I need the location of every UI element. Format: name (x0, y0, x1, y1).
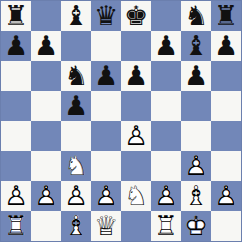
square-c8[interactable]: ♝︎ (61, 1, 91, 31)
black-piece-glyph: ♞︎ (61, 61, 91, 91)
white-piece-outline: ♙︎ (121, 121, 151, 151)
piece-black-pawn: ♟︎ (211, 31, 241, 61)
square-g8[interactable]: ♞︎ (181, 1, 211, 31)
white-piece-outline: ♖︎ (1, 211, 31, 241)
square-a2[interactable]: ♟︎♙︎ (1, 181, 31, 211)
square-f4[interactable] (151, 121, 181, 151)
square-h8[interactable]: ♜︎ (211, 1, 241, 31)
square-d6[interactable]: ♟︎ (91, 61, 121, 91)
white-piece-outline: ♙︎ (151, 181, 181, 211)
piece-white-pawn: ♟︎♙︎ (91, 181, 121, 211)
square-e5[interactable] (121, 91, 151, 121)
square-d1[interactable]: ♛︎♕︎ (91, 211, 121, 241)
square-b2[interactable]: ♟︎♙︎ (31, 181, 61, 211)
piece-white-bishop: ♝︎♗︎ (181, 181, 211, 211)
piece-white-pawn: ♟︎♙︎ (151, 181, 181, 211)
piece-black-king: ♚︎ (121, 1, 151, 31)
square-d8[interactable]: ♛︎ (91, 1, 121, 31)
piece-white-pawn: ♟︎♙︎ (211, 181, 241, 211)
square-e3[interactable] (121, 151, 151, 181)
square-a3[interactable] (1, 151, 31, 181)
square-g5[interactable] (181, 91, 211, 121)
piece-black-pawn: ♟︎ (181, 61, 211, 91)
square-c6[interactable]: ♞︎ (61, 61, 91, 91)
square-a8[interactable]: ♜︎ (1, 1, 31, 31)
square-g2[interactable]: ♝︎♗︎ (181, 181, 211, 211)
square-a6[interactable] (1, 61, 31, 91)
square-b6[interactable] (31, 61, 61, 91)
piece-white-rook: ♜︎♖︎ (1, 211, 31, 241)
square-g4[interactable] (181, 121, 211, 151)
square-f2[interactable]: ♟︎♙︎ (151, 181, 181, 211)
square-h6[interactable] (211, 61, 241, 91)
square-h1[interactable] (211, 211, 241, 241)
square-e4[interactable]: ♟︎♙︎ (121, 121, 151, 151)
black-piece-glyph: ♟︎ (181, 61, 211, 91)
square-c4[interactable] (61, 121, 91, 151)
square-f3[interactable] (151, 151, 181, 181)
black-piece-glyph: ♝︎ (181, 31, 211, 61)
white-piece-outline: ♖︎ (151, 211, 181, 241)
square-c3[interactable]: ♞︎♘︎ (61, 151, 91, 181)
square-a7[interactable]: ♟︎ (1, 31, 31, 61)
square-d2[interactable]: ♟︎♙︎ (91, 181, 121, 211)
piece-white-queen: ♛︎♕︎ (91, 211, 121, 241)
square-f6[interactable] (151, 61, 181, 91)
white-piece-outline: ♘︎ (121, 181, 151, 211)
square-h3[interactable] (211, 151, 241, 181)
piece-white-pawn: ♟︎♙︎ (181, 151, 211, 181)
black-piece-glyph: ♟︎ (1, 31, 31, 61)
square-b3[interactable] (31, 151, 61, 181)
piece-black-bishop: ♝︎ (61, 1, 91, 31)
piece-white-king: ♚︎♔︎ (181, 211, 211, 241)
square-c5[interactable]: ♟︎ (61, 91, 91, 121)
square-b1[interactable] (31, 211, 61, 241)
white-piece-outline: ♘︎ (61, 151, 91, 181)
piece-black-pawn: ♟︎ (1, 31, 31, 61)
square-d3[interactable] (91, 151, 121, 181)
piece-white-pawn: ♟︎♙︎ (31, 181, 61, 211)
black-piece-glyph: ♞︎ (181, 1, 211, 31)
piece-white-pawn: ♟︎♙︎ (1, 181, 31, 211)
piece-black-queen: ♛︎ (91, 1, 121, 31)
white-piece-outline: ♕︎ (91, 211, 121, 241)
square-e1[interactable] (121, 211, 151, 241)
chess-board: ♜︎♝︎♛︎♚︎♞︎♜︎♟︎♟︎♟︎♝︎♟︎♞︎♟︎♟︎♟︎♟︎♟︎♙︎♞︎♘︎… (0, 0, 242, 242)
piece-black-knight: ♞︎ (181, 1, 211, 31)
piece-black-pawn: ♟︎ (121, 61, 151, 91)
white-piece-outline: ♗︎ (61, 211, 91, 241)
piece-white-bishop: ♝︎♗︎ (61, 211, 91, 241)
square-a5[interactable] (1, 91, 31, 121)
white-piece-outline: ♗︎ (181, 181, 211, 211)
white-piece-outline: ♙︎ (31, 181, 61, 211)
square-c7[interactable] (61, 31, 91, 61)
piece-black-rook: ♜︎ (1, 1, 31, 31)
black-piece-glyph: ♜︎ (1, 1, 31, 31)
square-a4[interactable] (1, 121, 31, 151)
square-h2[interactable]: ♟︎♙︎ (211, 181, 241, 211)
square-h7[interactable]: ♟︎ (211, 31, 241, 61)
black-piece-glyph: ♟︎ (91, 61, 121, 91)
black-piece-glyph: ♟︎ (121, 61, 151, 91)
square-c1[interactable]: ♝︎♗︎ (61, 211, 91, 241)
piece-white-rook: ♜︎♖︎ (151, 211, 181, 241)
black-piece-glyph: ♟︎ (31, 31, 61, 61)
square-f5[interactable] (151, 91, 181, 121)
piece-black-rook: ♜︎ (211, 1, 241, 31)
square-g6[interactable]: ♟︎ (181, 61, 211, 91)
square-f8[interactable] (151, 1, 181, 31)
square-a1[interactable]: ♜︎♖︎ (1, 211, 31, 241)
square-g7[interactable]: ♝︎ (181, 31, 211, 61)
piece-white-knight: ♞︎♘︎ (61, 151, 91, 181)
black-piece-glyph: ♟︎ (211, 31, 241, 61)
black-piece-glyph: ♛︎ (91, 1, 121, 31)
square-e6[interactable]: ♟︎ (121, 61, 151, 91)
square-d5[interactable] (91, 91, 121, 121)
black-piece-glyph: ♟︎ (61, 91, 91, 121)
piece-white-pawn: ♟︎♙︎ (61, 181, 91, 211)
square-g1[interactable]: ♚︎♔︎ (181, 211, 211, 241)
square-d4[interactable] (91, 121, 121, 151)
piece-black-pawn: ♟︎ (91, 61, 121, 91)
square-h4[interactable] (211, 121, 241, 151)
square-e7[interactable] (121, 31, 151, 61)
square-e2[interactable]: ♞︎♘︎ (121, 181, 151, 211)
square-b5[interactable] (31, 91, 61, 121)
white-piece-outline: ♔︎ (181, 211, 211, 241)
piece-white-pawn: ♟︎♙︎ (121, 121, 151, 151)
piece-white-knight: ♞︎♘︎ (121, 181, 151, 211)
black-piece-glyph: ♜︎ (211, 1, 241, 31)
square-c2[interactable]: ♟︎♙︎ (61, 181, 91, 211)
square-d7[interactable] (91, 31, 121, 61)
black-piece-glyph: ♟︎ (151, 31, 181, 61)
square-b4[interactable] (31, 121, 61, 151)
piece-black-bishop: ♝︎ (181, 31, 211, 61)
square-e8[interactable]: ♚︎ (121, 1, 151, 31)
piece-black-pawn: ♟︎ (31, 31, 61, 61)
square-f1[interactable]: ♜︎♖︎ (151, 211, 181, 241)
piece-black-knight: ♞︎ (61, 61, 91, 91)
square-b7[interactable]: ♟︎ (31, 31, 61, 61)
white-piece-outline: ♙︎ (61, 181, 91, 211)
square-b8[interactable] (31, 1, 61, 31)
piece-black-pawn: ♟︎ (61, 91, 91, 121)
black-piece-glyph: ♝︎ (61, 1, 91, 31)
piece-black-pawn: ♟︎ (151, 31, 181, 61)
black-piece-glyph: ♚︎ (121, 1, 151, 31)
white-piece-outline: ♙︎ (211, 181, 241, 211)
white-piece-outline: ♙︎ (1, 181, 31, 211)
square-g3[interactable]: ♟︎♙︎ (181, 151, 211, 181)
square-h5[interactable] (211, 91, 241, 121)
white-piece-outline: ♙︎ (181, 151, 211, 181)
white-piece-outline: ♙︎ (91, 181, 121, 211)
square-f7[interactable]: ♟︎ (151, 31, 181, 61)
